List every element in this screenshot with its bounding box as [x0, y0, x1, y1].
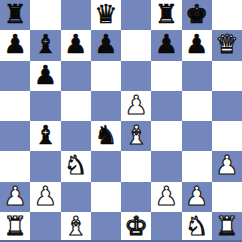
black-pawn[interactable]: ♟	[185, 31, 208, 57]
black-king[interactable]: ♚	[185, 1, 208, 27]
white-bishop[interactable]: ♝	[124, 122, 147, 148]
square-b1[interactable]	[30, 212, 60, 242]
black-bishop[interactable]: ♝	[34, 31, 57, 57]
black-bishop[interactable]: ♝	[34, 122, 57, 148]
square-b4[interactable]: ♝	[30, 121, 60, 151]
square-e2[interactable]	[121, 182, 151, 212]
square-g6[interactable]	[182, 61, 212, 91]
white-pawn[interactable]: ♟	[3, 183, 26, 209]
square-e4[interactable]: ♝	[121, 121, 151, 151]
square-g1[interactable]: ♞	[182, 212, 212, 242]
square-h1[interactable]: ♜	[212, 212, 242, 242]
square-a2[interactable]: ♟	[0, 182, 30, 212]
square-h3[interactable]: ♟	[212, 151, 242, 181]
square-c3[interactable]: ♞	[61, 151, 91, 181]
square-f1[interactable]	[151, 212, 181, 242]
black-pawn[interactable]: ♟	[155, 31, 178, 57]
square-c5[interactable]	[61, 91, 91, 121]
square-c4[interactable]	[61, 121, 91, 151]
square-h8[interactable]	[212, 0, 242, 30]
square-e1[interactable]: ♚	[121, 212, 151, 242]
square-a1[interactable]: ♜	[0, 212, 30, 242]
square-c1[interactable]: ♝	[61, 212, 91, 242]
square-g5[interactable]	[182, 91, 212, 121]
black-pawn[interactable]: ♟	[94, 31, 117, 57]
square-d3[interactable]	[91, 151, 121, 181]
square-d8[interactable]: ♛	[91, 0, 121, 30]
square-b5[interactable]	[30, 91, 60, 121]
black-pawn[interactable]: ♟	[3, 31, 26, 57]
square-c2[interactable]	[61, 182, 91, 212]
square-e7[interactable]	[121, 30, 151, 60]
white-bishop[interactable]: ♝	[64, 213, 87, 239]
black-queen[interactable]: ♛	[94, 1, 117, 27]
white-king[interactable]: ♚	[124, 213, 147, 239]
square-a3[interactable]	[0, 151, 30, 181]
square-d4[interactable]: ♞	[91, 121, 121, 151]
square-f8[interactable]: ♜	[151, 0, 181, 30]
square-a8[interactable]: ♜	[0, 0, 30, 30]
square-f5[interactable]	[151, 91, 181, 121]
white-rook[interactable]: ♜	[215, 213, 238, 239]
square-b6[interactable]: ♟	[30, 61, 60, 91]
square-a4[interactable]	[0, 121, 30, 151]
square-d7[interactable]: ♟	[91, 30, 121, 60]
square-a7[interactable]: ♟	[0, 30, 30, 60]
square-e5[interactable]: ♟	[121, 91, 151, 121]
white-queen[interactable]: ♛	[215, 31, 238, 57]
chess-board-wrap: ♜♛♜♚♟♝♟♟♟♟♛♟♟♝♞♝♞♟♟♟♟♟♜♝♚♞♜	[0, 0, 242, 242]
white-knight[interactable]: ♞	[185, 213, 208, 239]
square-g7[interactable]: ♟	[182, 30, 212, 60]
white-pawn[interactable]: ♟	[34, 183, 57, 209]
square-h7[interactable]: ♛	[212, 30, 242, 60]
white-pawn[interactable]: ♟	[155, 183, 178, 209]
square-d2[interactable]	[91, 182, 121, 212]
square-d6[interactable]	[91, 61, 121, 91]
square-g8[interactable]: ♚	[182, 0, 212, 30]
square-h2[interactable]	[212, 182, 242, 212]
white-pawn[interactable]: ♟	[185, 183, 208, 209]
square-c8[interactable]	[61, 0, 91, 30]
square-f3[interactable]	[151, 151, 181, 181]
square-c6[interactable]	[61, 61, 91, 91]
white-pawn[interactable]: ♟	[124, 92, 147, 118]
white-rook[interactable]: ♜	[3, 213, 26, 239]
square-b2[interactable]: ♟	[30, 182, 60, 212]
square-b8[interactable]	[30, 0, 60, 30]
square-f4[interactable]	[151, 121, 181, 151]
black-knight[interactable]: ♞	[94, 122, 117, 148]
square-a5[interactable]	[0, 91, 30, 121]
square-f6[interactable]	[151, 61, 181, 91]
chess-board: ♜♛♜♚♟♝♟♟♟♟♛♟♟♝♞♝♞♟♟♟♟♟♜♝♚♞♜	[0, 0, 242, 242]
square-d1[interactable]	[91, 212, 121, 242]
square-e3[interactable]	[121, 151, 151, 181]
square-h4[interactable]	[212, 121, 242, 151]
black-rook[interactable]: ♜	[155, 1, 178, 27]
square-h6[interactable]	[212, 61, 242, 91]
white-pawn[interactable]: ♟	[215, 152, 238, 178]
square-c7[interactable]: ♟	[61, 30, 91, 60]
square-g3[interactable]	[182, 151, 212, 181]
square-d5[interactable]	[91, 91, 121, 121]
square-h5[interactable]	[212, 91, 242, 121]
square-g4[interactable]	[182, 121, 212, 151]
square-b7[interactable]: ♝	[30, 30, 60, 60]
white-knight[interactable]: ♞	[64, 152, 87, 178]
black-pawn[interactable]: ♟	[64, 31, 87, 57]
square-e6[interactable]	[121, 61, 151, 91]
square-e8[interactable]	[121, 0, 151, 30]
square-f7[interactable]: ♟	[151, 30, 181, 60]
square-g2[interactable]: ♟	[182, 182, 212, 212]
black-rook[interactable]: ♜	[3, 1, 26, 27]
square-b3[interactable]	[30, 151, 60, 181]
black-pawn[interactable]: ♟	[34, 62, 57, 88]
square-a6[interactable]	[0, 61, 30, 91]
square-f2[interactable]: ♟	[151, 182, 181, 212]
